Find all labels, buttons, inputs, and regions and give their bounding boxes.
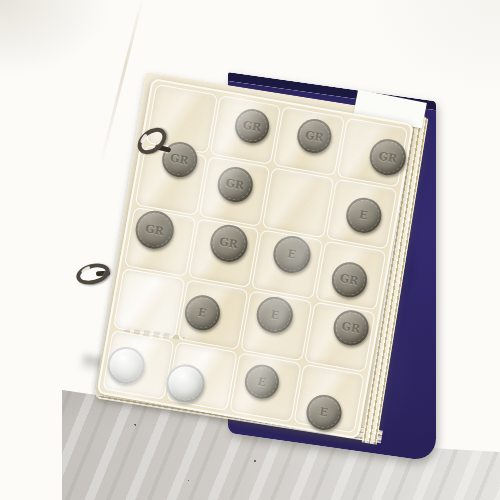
coin-engraving: GR	[339, 271, 360, 287]
coin-engraving: E	[318, 405, 329, 419]
coin-engraving: GR	[378, 149, 399, 165]
coin-engraving: GR	[242, 118, 263, 134]
coin-engraving: GR	[169, 151, 190, 167]
binder-ring-bottom	[74, 260, 112, 288]
coin-engraving: GR	[225, 176, 246, 192]
coin-engraving: E	[358, 208, 369, 222]
pocket-r2c3-empty	[262, 168, 334, 238]
coin-engraving: GR	[340, 319, 361, 335]
coin-engraving: GR	[304, 128, 325, 144]
coin-engraving: E	[286, 247, 297, 261]
coin-engraving: GR	[218, 235, 239, 251]
pocket-r4c1-empty	[113, 268, 185, 338]
coin-engraving: E	[197, 305, 208, 319]
coin-engraving: E	[257, 375, 268, 389]
coin-engraving: GR	[144, 222, 165, 238]
coin-engraving: E	[269, 308, 280, 322]
coin-album-photo: GRGRGRGRGREGRGREGREEGREE	[0, 0, 500, 500]
